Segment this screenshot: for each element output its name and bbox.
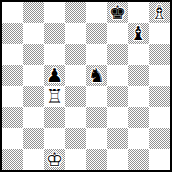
square-h5[interactable] <box>149 65 170 86</box>
black-knight-glyph: ♞ <box>86 65 107 86</box>
square-h4[interactable] <box>149 86 170 107</box>
square-e8[interactable] <box>86 2 107 23</box>
square-f2[interactable] <box>107 128 128 149</box>
square-g2[interactable] <box>128 128 149 149</box>
square-a8[interactable] <box>2 2 23 23</box>
square-c3[interactable] <box>44 107 65 128</box>
square-g4[interactable] <box>128 86 149 107</box>
square-a4[interactable] <box>2 86 23 107</box>
square-g6[interactable] <box>128 44 149 65</box>
square-a1[interactable] <box>2 149 23 170</box>
square-a3[interactable] <box>2 107 23 128</box>
square-f8[interactable]: ♚♚ <box>107 2 128 23</box>
square-b4[interactable] <box>23 86 44 107</box>
square-c7[interactable] <box>44 23 65 44</box>
black-king-glyph: ♚ <box>107 2 128 23</box>
square-h7[interactable] <box>149 23 170 44</box>
square-b2[interactable] <box>23 128 44 149</box>
square-d3[interactable] <box>65 107 86 128</box>
square-f1[interactable] <box>107 149 128 170</box>
square-d4[interactable] <box>65 86 86 107</box>
square-b7[interactable] <box>23 23 44 44</box>
black-king: ♚♚ <box>107 2 128 23</box>
square-g8[interactable] <box>128 2 149 23</box>
square-b5[interactable] <box>23 65 44 86</box>
chess-board: ♚♚♝♗♝♝♟♟♞♞♜♖♚♔ <box>0 0 172 172</box>
square-a2[interactable] <box>2 128 23 149</box>
square-d8[interactable] <box>65 2 86 23</box>
square-f5[interactable] <box>107 65 128 86</box>
black-pawn-glyph: ♟ <box>44 65 65 86</box>
square-b8[interactable] <box>23 2 44 23</box>
square-g7[interactable]: ♝♝ <box>128 23 149 44</box>
square-e2[interactable] <box>86 128 107 149</box>
white-rook: ♜♖ <box>44 86 65 107</box>
black-bishop-glyph: ♝ <box>128 23 149 44</box>
square-h2[interactable] <box>149 128 170 149</box>
black-pawn: ♟♟ <box>44 65 65 86</box>
square-h8[interactable]: ♝♗ <box>149 2 170 23</box>
square-f7[interactable] <box>107 23 128 44</box>
square-e4[interactable] <box>86 86 107 107</box>
square-d1[interactable] <box>65 149 86 170</box>
square-h6[interactable] <box>149 44 170 65</box>
square-f4[interactable] <box>107 86 128 107</box>
square-f3[interactable] <box>107 107 128 128</box>
square-e1[interactable] <box>86 149 107 170</box>
square-a7[interactable] <box>2 23 23 44</box>
black-knight: ♞♞ <box>86 65 107 86</box>
square-h3[interactable] <box>149 107 170 128</box>
white-bishop: ♝♗ <box>149 2 170 23</box>
square-d2[interactable] <box>65 128 86 149</box>
square-e6[interactable] <box>86 44 107 65</box>
square-b1[interactable] <box>23 149 44 170</box>
square-c8[interactable] <box>44 2 65 23</box>
square-g3[interactable] <box>128 107 149 128</box>
square-d5[interactable] <box>65 65 86 86</box>
square-d7[interactable] <box>65 23 86 44</box>
square-c4[interactable]: ♜♖ <box>44 86 65 107</box>
square-d6[interactable] <box>65 44 86 65</box>
square-e3[interactable] <box>86 107 107 128</box>
square-c5[interactable]: ♟♟ <box>44 65 65 86</box>
square-e7[interactable] <box>86 23 107 44</box>
square-a5[interactable] <box>2 65 23 86</box>
square-a6[interactable] <box>2 44 23 65</box>
white-king-glyph: ♔ <box>44 149 65 170</box>
square-c6[interactable] <box>44 44 65 65</box>
square-g5[interactable] <box>128 65 149 86</box>
square-g1[interactable] <box>128 149 149 170</box>
square-c2[interactable] <box>44 128 65 149</box>
square-f6[interactable] <box>107 44 128 65</box>
square-e5[interactable]: ♞♞ <box>86 65 107 86</box>
white-bishop-glyph: ♗ <box>149 2 170 23</box>
white-king: ♚♔ <box>44 149 65 170</box>
square-b6[interactable] <box>23 44 44 65</box>
square-h1[interactable] <box>149 149 170 170</box>
white-rook-glyph: ♖ <box>44 86 65 107</box>
square-b3[interactable] <box>23 107 44 128</box>
square-c1[interactable]: ♚♔ <box>44 149 65 170</box>
black-bishop: ♝♝ <box>128 23 149 44</box>
